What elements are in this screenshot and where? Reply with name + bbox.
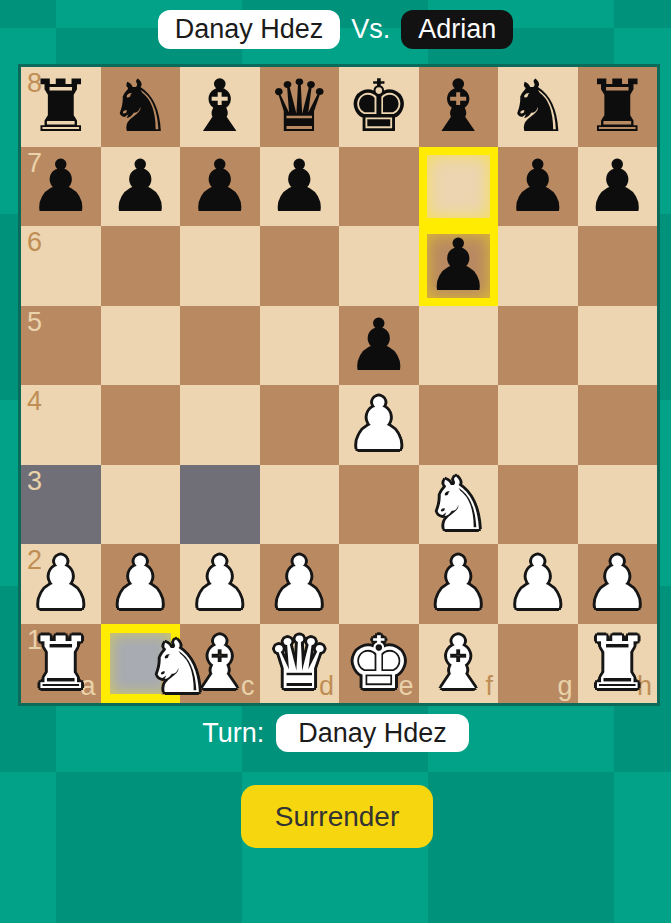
square-a3[interactable]: 3 (21, 465, 101, 545)
square-e8[interactable]: ♚ (339, 67, 419, 147)
square-c4[interactable] (180, 385, 260, 465)
square-a2[interactable]: 2♟ (21, 544, 101, 624)
piece-white-pawn[interactable]: ♟ (108, 544, 173, 624)
square-f6[interactable]: ♟ (419, 226, 499, 306)
square-c7[interactable]: ♟ (180, 147, 260, 227)
square-f8[interactable]: ♝ (419, 67, 499, 147)
square-e2[interactable] (339, 544, 419, 624)
square-b7[interactable]: ♟ (101, 147, 181, 227)
piece-white-pawn[interactable]: ♟ (505, 544, 570, 624)
turn-label: Turn: (202, 718, 264, 749)
piece-black-king[interactable]: ♚ (346, 67, 411, 147)
square-c3[interactable] (180, 465, 260, 545)
piece-black-pawn[interactable]: ♟ (505, 147, 570, 227)
rank-label-3: 3 (27, 468, 42, 495)
square-b6[interactable] (101, 226, 181, 306)
white-player-pill: Danay Hdez (158, 10, 341, 49)
square-d3[interactable] (260, 465, 340, 545)
piece-black-knight[interactable]: ♞ (108, 67, 173, 147)
square-a5[interactable]: 5 (21, 306, 101, 386)
square-c8[interactable]: ♝ (180, 67, 260, 147)
square-e5[interactable]: ♟ (339, 306, 419, 386)
square-h2[interactable]: ♟ (578, 544, 658, 624)
square-a1[interactable]: 1a♜ (21, 624, 101, 704)
piece-black-bishop[interactable]: ♝ (187, 67, 252, 147)
piece-white-pawn[interactable]: ♟ (267, 544, 332, 624)
square-h5[interactable] (578, 306, 658, 386)
piece-black-pawn[interactable]: ♟ (426, 226, 491, 306)
piece-black-pawn[interactable]: ♟ (585, 147, 650, 227)
surrender-button[interactable]: Surrender (241, 785, 433, 848)
square-e4[interactable]: ♟ (339, 385, 419, 465)
square-c2[interactable]: ♟ (180, 544, 260, 624)
square-f5[interactable] (419, 306, 499, 386)
piece-white-pawn[interactable]: ♟ (585, 544, 650, 624)
square-h7[interactable]: ♟ (578, 147, 658, 227)
square-a4[interactable]: 4 (21, 385, 101, 465)
piece-white-bishop[interactable]: ♝ (187, 624, 252, 704)
square-d5[interactable] (260, 306, 340, 386)
square-b2[interactable]: ♟ (101, 544, 181, 624)
square-f2[interactable]: ♟ (419, 544, 499, 624)
square-d7[interactable]: ♟ (260, 147, 340, 227)
square-g6[interactable] (498, 226, 578, 306)
square-g4[interactable] (498, 385, 578, 465)
vs-label: Vs. (351, 14, 390, 45)
square-g3[interactable] (498, 465, 578, 545)
square-b5[interactable] (101, 306, 181, 386)
piece-white-bishop[interactable]: ♝ (426, 624, 491, 704)
square-f1[interactable]: f♝ (419, 624, 499, 704)
square-g8[interactable]: ♞ (498, 67, 578, 147)
piece-white-king[interactable]: ♚ (346, 624, 411, 704)
square-a7[interactable]: 7♟ (21, 147, 101, 227)
turn-indicator: Turn: Danay Hdez (0, 714, 671, 752)
piece-white-rook[interactable]: ♜ (28, 624, 93, 704)
square-e7[interactable] (339, 147, 419, 227)
square-e1[interactable]: e♚ (339, 624, 419, 704)
square-d6[interactable] (260, 226, 340, 306)
piece-black-queen[interactable]: ♛ (267, 67, 332, 147)
square-h6[interactable] (578, 226, 658, 306)
square-f3[interactable]: ♞ (419, 465, 499, 545)
square-b8[interactable]: ♞ (101, 67, 181, 147)
square-g7[interactable]: ♟ (498, 147, 578, 227)
rank-label-5: 5 (27, 309, 42, 336)
piece-white-knight[interactable]: ♞ (426, 465, 491, 545)
square-h8[interactable]: ♜ (578, 67, 658, 147)
piece-black-bishop[interactable]: ♝ (426, 67, 491, 147)
piece-black-knight[interactable]: ♞ (505, 67, 570, 147)
file-label-g: g (557, 673, 572, 700)
piece-black-rook[interactable]: ♜ (585, 67, 650, 147)
turn-player-pill: Danay Hdez (276, 714, 469, 752)
black-player-pill: Adrian (401, 10, 513, 49)
piece-black-pawn[interactable]: ♟ (267, 147, 332, 227)
square-a6[interactable]: 6 (21, 226, 101, 306)
piece-black-pawn[interactable]: ♟ (187, 147, 252, 227)
piece-white-queen[interactable]: ♛ (267, 624, 332, 704)
square-d2[interactable]: ♟ (260, 544, 340, 624)
square-c6[interactable] (180, 226, 260, 306)
piece-black-pawn[interactable]: ♟ (28, 147, 93, 227)
square-b3[interactable] (101, 465, 181, 545)
square-f7[interactable] (419, 147, 499, 227)
square-b1[interactable]: b♞ (101, 624, 181, 704)
piece-black-pawn[interactable]: ♟ (346, 306, 411, 386)
square-c1[interactable]: c♝ (180, 624, 260, 704)
square-g2[interactable]: ♟ (498, 544, 578, 624)
square-d4[interactable] (260, 385, 340, 465)
piece-black-pawn[interactable]: ♟ (108, 147, 173, 227)
square-e6[interactable] (339, 226, 419, 306)
piece-white-rook[interactable]: ♜ (585, 624, 650, 704)
piece-white-pawn[interactable]: ♟ (187, 544, 252, 624)
square-h3[interactable] (578, 465, 658, 545)
rank-label-4: 4 (27, 388, 42, 415)
match-header: Danay Hdez Vs. Adrian (0, 10, 671, 49)
square-g1[interactable]: g (498, 624, 578, 704)
square-d1[interactable]: d♛ (260, 624, 340, 704)
square-e3[interactable] (339, 465, 419, 545)
square-h1[interactable]: h♜ (578, 624, 658, 704)
square-h4[interactable] (578, 385, 658, 465)
square-g5[interactable] (498, 306, 578, 386)
square-f4[interactable] (419, 385, 499, 465)
square-d8[interactable]: ♛ (260, 67, 340, 147)
chess-board: 8♜♞♝♛♚♝♞♜7♟♟♟♟♟♟6♟5♟4♟3♞2♟♟♟♟♟♟♟1a♜b♞c♝d… (18, 64, 660, 706)
square-c5[interactable] (180, 306, 260, 386)
square-a8[interactable]: 8♜ (21, 67, 101, 147)
square-b4[interactable] (101, 385, 181, 465)
piece-white-pawn[interactable]: ♟ (426, 544, 491, 624)
piece-white-pawn[interactable]: ♟ (346, 385, 411, 465)
rank-label-6: 6 (27, 229, 42, 256)
piece-black-rook[interactable]: ♜ (28, 67, 93, 147)
piece-white-pawn[interactable]: ♟ (28, 544, 93, 624)
